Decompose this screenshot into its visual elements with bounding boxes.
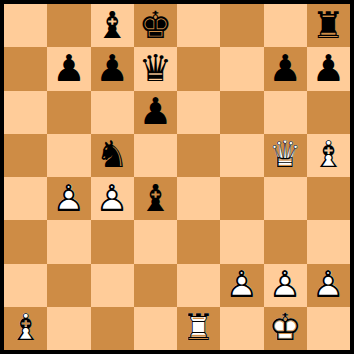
square-e7[interactable]	[177, 47, 220, 90]
piece-black-pawn[interactable]: ♟	[134, 91, 177, 134]
square-d7[interactable]: ♛	[134, 47, 177, 90]
piece-white-pawn[interactable]: ♟♙	[264, 264, 307, 307]
square-g3[interactable]	[264, 220, 307, 263]
square-c3[interactable]	[91, 220, 134, 263]
square-c2[interactable]	[91, 264, 134, 307]
piece-black-pawn[interactable]: ♟	[91, 47, 134, 90]
piece-black-rook[interactable]: ♜	[307, 4, 350, 47]
piece-white-bishop[interactable]: ♝♗	[4, 307, 47, 350]
square-b5[interactable]	[47, 134, 90, 177]
black-pawn-icon: ♟	[307, 50, 350, 87]
square-f3[interactable]	[220, 220, 263, 263]
square-c6[interactable]	[91, 91, 134, 134]
square-g5[interactable]: ♛♕	[264, 134, 307, 177]
piece-white-queen[interactable]: ♛♕	[264, 134, 307, 177]
square-d6[interactable]: ♟	[134, 91, 177, 134]
white-pawn-icon: ♙	[307, 266, 350, 303]
square-b4[interactable]: ♟♙	[47, 177, 90, 220]
square-f6[interactable]	[220, 91, 263, 134]
black-queen-icon: ♛	[134, 50, 177, 87]
white-bishop-icon: ♗	[4, 309, 47, 346]
square-f5[interactable]	[220, 134, 263, 177]
chess-board: ♝♚♜♟♟♛♟♟♟♞♛♕♝♗♟♙♟♙♝♟♙♟♙♟♙♝♗♜♖♚♔	[4, 4, 350, 350]
piece-black-pawn[interactable]: ♟	[264, 47, 307, 90]
square-f7[interactable]	[220, 47, 263, 90]
piece-white-pawn[interactable]: ♟♙	[220, 264, 263, 307]
square-g4[interactable]	[264, 177, 307, 220]
square-h3[interactable]	[307, 220, 350, 263]
black-pawn-icon: ♟	[91, 50, 134, 87]
square-a5[interactable]	[4, 134, 47, 177]
square-c8[interactable]: ♝	[91, 4, 134, 47]
piece-white-pawn[interactable]: ♟♙	[307, 264, 350, 307]
square-f8[interactable]	[220, 4, 263, 47]
square-a7[interactable]	[4, 47, 47, 90]
square-d2[interactable]	[134, 264, 177, 307]
piece-black-king[interactable]: ♚	[134, 4, 177, 47]
piece-black-bishop[interactable]: ♝	[134, 177, 177, 220]
piece-black-pawn[interactable]: ♟	[47, 47, 90, 90]
square-e8[interactable]	[177, 4, 220, 47]
black-knight-icon: ♞	[91, 136, 134, 173]
piece-black-bishop[interactable]: ♝	[91, 4, 134, 47]
square-h2[interactable]: ♟♙	[307, 264, 350, 307]
white-rook-icon: ♖	[177, 309, 220, 346]
square-h7[interactable]: ♟	[307, 47, 350, 90]
square-f2[interactable]: ♟♙	[220, 264, 263, 307]
square-f4[interactable]	[220, 177, 263, 220]
square-g6[interactable]	[264, 91, 307, 134]
square-g8[interactable]	[264, 4, 307, 47]
piece-black-pawn[interactable]: ♟	[307, 47, 350, 90]
square-d8[interactable]: ♚	[134, 4, 177, 47]
piece-white-king[interactable]: ♚♔	[264, 307, 307, 350]
square-h4[interactable]	[307, 177, 350, 220]
square-b7[interactable]: ♟	[47, 47, 90, 90]
black-pawn-icon: ♟	[47, 50, 90, 87]
square-h1[interactable]	[307, 307, 350, 350]
square-a8[interactable]	[4, 4, 47, 47]
square-d3[interactable]	[134, 220, 177, 263]
piece-white-rook[interactable]: ♜♖	[177, 307, 220, 350]
square-c1[interactable]	[91, 307, 134, 350]
white-pawn-icon: ♙	[47, 179, 90, 216]
white-pawn-icon: ♙	[264, 266, 307, 303]
black-bishop-icon: ♝	[91, 6, 134, 43]
square-e1[interactable]: ♜♖	[177, 307, 220, 350]
black-bishop-icon: ♝	[134, 179, 177, 216]
square-d1[interactable]	[134, 307, 177, 350]
black-king-icon: ♚	[134, 6, 177, 43]
square-b3[interactable]	[47, 220, 90, 263]
square-d5[interactable]	[134, 134, 177, 177]
square-h6[interactable]	[307, 91, 350, 134]
white-bishop-icon: ♗	[307, 136, 350, 173]
square-b2[interactable]	[47, 264, 90, 307]
square-a4[interactable]	[4, 177, 47, 220]
square-b6[interactable]	[47, 91, 90, 134]
square-g7[interactable]: ♟	[264, 47, 307, 90]
black-pawn-icon: ♟	[134, 93, 177, 130]
square-h5[interactable]: ♝♗	[307, 134, 350, 177]
square-b8[interactable]	[47, 4, 90, 47]
white-king-icon: ♔	[264, 309, 307, 346]
square-c4[interactable]: ♟♙	[91, 177, 134, 220]
chess-board-frame: ♝♚♜♟♟♛♟♟♟♞♛♕♝♗♟♙♟♙♝♟♙♟♙♟♙♝♗♜♖♚♔	[0, 0, 354, 354]
square-e5[interactable]	[177, 134, 220, 177]
square-g1[interactable]: ♚♔	[264, 307, 307, 350]
piece-white-pawn[interactable]: ♟♙	[47, 177, 90, 220]
black-rook-icon: ♜	[307, 6, 350, 43]
square-e2[interactable]	[177, 264, 220, 307]
white-pawn-icon: ♙	[220, 266, 263, 303]
piece-black-knight[interactable]: ♞	[91, 134, 134, 177]
square-g2[interactable]: ♟♙	[264, 264, 307, 307]
square-f1[interactable]	[220, 307, 263, 350]
white-queen-icon: ♕	[264, 136, 307, 173]
piece-white-pawn[interactable]: ♟♙	[91, 177, 134, 220]
square-h8[interactable]: ♜	[307, 4, 350, 47]
square-d4[interactable]: ♝	[134, 177, 177, 220]
square-b1[interactable]	[47, 307, 90, 350]
black-pawn-icon: ♟	[264, 50, 307, 87]
square-a2[interactable]	[4, 264, 47, 307]
square-e6[interactable]	[177, 91, 220, 134]
square-a1[interactable]: ♝♗	[4, 307, 47, 350]
square-c7[interactable]: ♟	[91, 47, 134, 90]
square-a3[interactable]	[4, 220, 47, 263]
piece-black-queen[interactable]: ♛	[134, 47, 177, 90]
square-a6[interactable]	[4, 91, 47, 134]
square-e4[interactable]	[177, 177, 220, 220]
white-pawn-icon: ♙	[91, 179, 134, 216]
square-c5[interactable]: ♞	[91, 134, 134, 177]
square-e3[interactable]	[177, 220, 220, 263]
piece-white-bishop[interactable]: ♝♗	[307, 134, 350, 177]
